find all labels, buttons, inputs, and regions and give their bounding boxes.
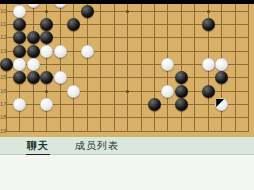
white-stone [13,98,26,111]
black-stone [13,45,26,58]
black-stone [13,31,26,44]
row-coordinate-label: 15 [0,74,10,80]
white-stone [81,45,94,58]
row-coordinate-label: 16 [0,88,10,94]
black-stone [27,45,40,58]
tab-members[interactable]: 成员列表 [75,140,119,152]
white-stone [202,58,215,71]
white-stone [161,58,174,71]
white-stone-last-move [215,98,228,111]
white-stone [54,4,67,8]
grid-hline [6,117,249,118]
tab-members-label: 成员列表 [75,140,119,151]
chat-panel [0,155,254,190]
star-point [45,90,48,93]
star-point [126,10,129,13]
black-stone [40,18,53,31]
black-stone [175,85,188,98]
row-coordinate-label: 17 [0,101,10,107]
black-stone [175,71,188,84]
tab-chat-label: 聊天 [27,140,49,151]
black-stone [40,71,53,84]
black-stone [27,71,40,84]
tab-bar: 聊天 成员列表 [0,137,254,155]
black-stone [13,71,26,84]
row-coordinate-label: 11 [0,21,10,27]
white-stone [54,71,67,84]
row-coordinate-label: 19 [0,128,10,134]
star-point [207,10,210,13]
star-point [126,90,129,93]
white-stone [13,5,26,18]
tab-chat[interactable]: 聊天 [27,140,49,152]
black-stone [148,98,161,111]
row-coordinate-label: 18 [0,114,10,120]
app-screen: 10111213141516171819 聊天 成员列表 [0,0,254,190]
black-stone [202,85,215,98]
star-point [45,10,48,13]
white-stone [54,45,67,58]
row-coordinate-label: 13 [0,48,10,54]
row-coordinate-label: 10 [0,8,10,14]
black-stone [40,31,53,44]
white-stone [161,85,174,98]
white-stone [40,45,53,58]
black-stone [13,18,26,31]
black-stone [0,58,13,71]
go-board[interactable]: 10111213141516171819 [0,4,254,137]
white-stone [67,85,80,98]
white-stone [40,98,53,111]
last-move-triangle-marker [216,99,224,107]
black-stone [175,98,188,111]
white-stone [215,58,228,71]
grid-hline [6,131,249,132]
white-stone [13,58,26,71]
black-stone [81,5,94,18]
black-stone [202,18,215,31]
black-stone [67,18,80,31]
white-stone [27,4,40,8]
row-coordinate-label: 12 [0,34,10,40]
black-stone [215,71,228,84]
black-stone [27,31,40,44]
white-stone [27,58,40,71]
